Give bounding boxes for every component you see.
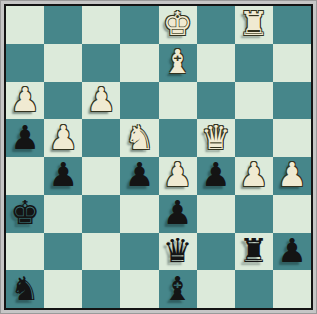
black-pawn: ♟	[125, 158, 155, 191]
square-f8[interactable]	[197, 6, 235, 44]
square-c2[interactable]	[82, 233, 120, 271]
board-outline: ♚♜♝♟♟♟♟♞♛♟♟♟♟♟♟♚♟♛♜♟♞♝	[4, 4, 313, 310]
square-e3[interactable]: ♟	[159, 195, 197, 233]
square-a2[interactable]	[6, 233, 44, 271]
black-queen: ♛	[163, 234, 193, 267]
square-g2[interactable]: ♜	[235, 233, 273, 271]
square-e5[interactable]	[159, 119, 197, 157]
square-d2[interactable]	[120, 233, 158, 271]
square-e1[interactable]: ♝	[159, 270, 197, 308]
square-g8[interactable]: ♜	[235, 6, 273, 44]
black-king: ♚	[10, 196, 40, 229]
white-pawn: ♟	[87, 83, 117, 116]
square-h5[interactable]	[273, 119, 311, 157]
black-pawn: ♟	[277, 234, 307, 267]
square-h7[interactable]	[273, 44, 311, 82]
square-f3[interactable]	[197, 195, 235, 233]
square-g1[interactable]	[235, 270, 273, 308]
square-h3[interactable]	[273, 195, 311, 233]
black-pawn: ♟	[163, 196, 193, 229]
black-knight: ♞	[10, 272, 40, 305]
square-d1[interactable]	[120, 270, 158, 308]
board-frame: ♚♜♝♟♟♟♟♞♛♟♟♟♟♟♟♚♟♛♜♟♞♝	[0, 0, 317, 314]
square-d8[interactable]	[120, 6, 158, 44]
square-a7[interactable]	[6, 44, 44, 82]
square-c7[interactable]	[82, 44, 120, 82]
square-c3[interactable]	[82, 195, 120, 233]
square-b2[interactable]	[44, 233, 82, 271]
square-a8[interactable]	[6, 6, 44, 44]
chess-board: ♚♜♝♟♟♟♟♞♛♟♟♟♟♟♟♚♟♛♜♟♞♝	[6, 6, 311, 308]
square-e2[interactable]: ♛	[159, 233, 197, 271]
square-e7[interactable]: ♝	[159, 44, 197, 82]
white-queen: ♛	[201, 121, 231, 154]
black-pawn: ♟	[10, 121, 40, 154]
white-knight: ♞	[125, 121, 155, 154]
square-h2[interactable]: ♟	[273, 233, 311, 271]
white-pawn: ♟	[48, 121, 78, 154]
white-bishop: ♝	[163, 45, 193, 78]
black-pawn: ♟	[48, 158, 78, 191]
white-rook: ♜	[239, 7, 269, 40]
black-pawn: ♟	[201, 158, 231, 191]
black-bishop: ♝	[163, 272, 193, 305]
square-d5[interactable]: ♞	[120, 119, 158, 157]
square-b1[interactable]	[44, 270, 82, 308]
black-rook: ♜	[239, 234, 269, 267]
white-pawn: ♟	[10, 83, 40, 116]
square-a6[interactable]: ♟	[6, 82, 44, 120]
square-f6[interactable]	[197, 82, 235, 120]
square-f7[interactable]	[197, 44, 235, 82]
square-c5[interactable]	[82, 119, 120, 157]
square-c6[interactable]: ♟	[82, 82, 120, 120]
square-e8[interactable]: ♚	[159, 6, 197, 44]
white-pawn: ♟	[163, 158, 193, 191]
square-a1[interactable]: ♞	[6, 270, 44, 308]
square-c4[interactable]	[82, 157, 120, 195]
square-d3[interactable]	[120, 195, 158, 233]
square-g6[interactable]	[235, 82, 273, 120]
square-h8[interactable]	[273, 6, 311, 44]
square-c8[interactable]	[82, 6, 120, 44]
square-b7[interactable]	[44, 44, 82, 82]
square-b4[interactable]: ♟	[44, 157, 82, 195]
white-king: ♚	[163, 7, 193, 40]
square-f1[interactable]	[197, 270, 235, 308]
square-a4[interactable]	[6, 157, 44, 195]
white-pawn: ♟	[239, 158, 269, 191]
square-e4[interactable]: ♟	[159, 157, 197, 195]
square-g3[interactable]	[235, 195, 273, 233]
square-d4[interactable]: ♟	[120, 157, 158, 195]
square-g5[interactable]	[235, 119, 273, 157]
square-g4[interactable]: ♟	[235, 157, 273, 195]
square-h6[interactable]	[273, 82, 311, 120]
square-f4[interactable]: ♟	[197, 157, 235, 195]
square-b6[interactable]	[44, 82, 82, 120]
square-g7[interactable]	[235, 44, 273, 82]
square-b8[interactable]	[44, 6, 82, 44]
square-h4[interactable]: ♟	[273, 157, 311, 195]
square-b3[interactable]	[44, 195, 82, 233]
square-b5[interactable]: ♟	[44, 119, 82, 157]
square-f2[interactable]	[197, 233, 235, 271]
square-d7[interactable]	[120, 44, 158, 82]
white-pawn: ♟	[277, 158, 307, 191]
square-c1[interactable]	[82, 270, 120, 308]
square-e6[interactable]	[159, 82, 197, 120]
square-f5[interactable]: ♛	[197, 119, 235, 157]
square-d6[interactable]	[120, 82, 158, 120]
square-h1[interactable]	[273, 270, 311, 308]
square-a5[interactable]: ♟	[6, 119, 44, 157]
square-a3[interactable]: ♚	[6, 195, 44, 233]
